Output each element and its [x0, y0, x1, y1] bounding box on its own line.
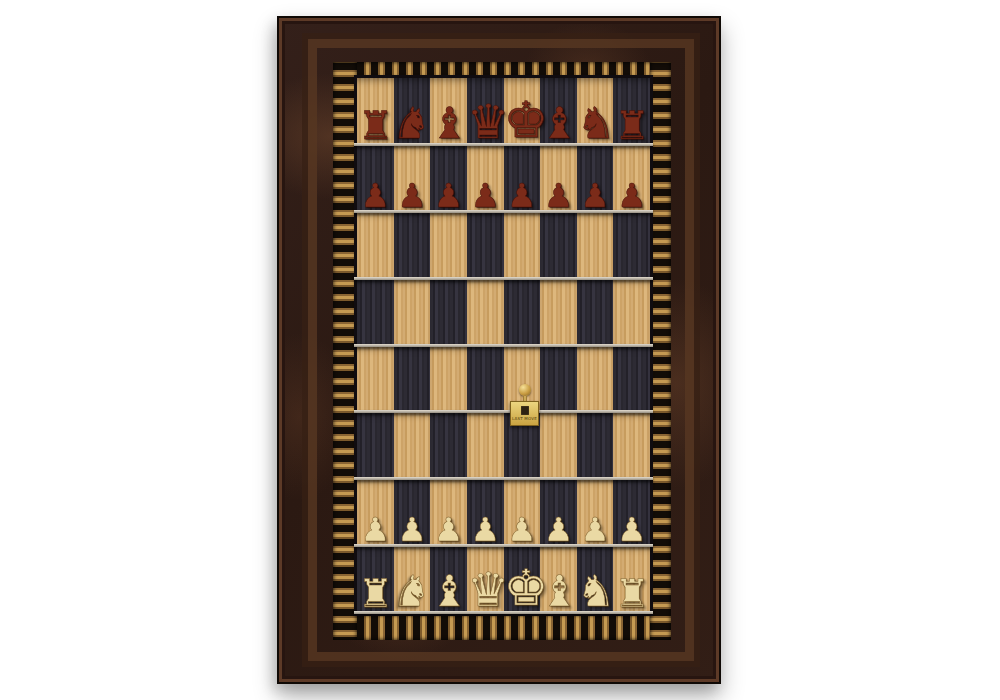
square-a7: ♟	[357, 145, 394, 212]
marker-plaque-label: LAST MOVE	[512, 416, 537, 421]
square-c8: ♝	[430, 78, 467, 145]
square-a5	[357, 279, 394, 346]
square-e7: ♟	[504, 145, 541, 212]
square-e6	[504, 212, 541, 279]
piece-white-pawn: ♟	[540, 513, 577, 546]
shelf-rail-rank-2	[354, 544, 653, 547]
square-f4	[540, 346, 577, 413]
shelf-rail-rank-4	[354, 410, 653, 413]
piece-red-pawn: ♟	[357, 179, 394, 212]
square-a6	[357, 212, 394, 279]
square-f2: ♟	[540, 479, 577, 546]
square-b1: ♞	[394, 546, 431, 613]
square-d8: ♛	[467, 78, 504, 145]
square-b3	[394, 412, 431, 479]
square-h3	[613, 412, 650, 479]
piece-white-pawn: ♟	[504, 513, 541, 546]
piece-white-knight: ♞	[394, 570, 431, 613]
square-e8: ♚	[504, 78, 541, 145]
shelf-rail-rank-3	[354, 477, 653, 480]
square-b5	[394, 279, 431, 346]
square-a2: ♟	[357, 479, 394, 546]
square-e5	[504, 279, 541, 346]
piece-red-knight: ♞	[394, 102, 431, 145]
wall-photo: ♜♞♝♛♚♝♞♜♟♟♟♟♟♟♟♟♟♟♟♟♟♟♟♟♜♞♝♛♚♝♞♜ LAST MO…	[0, 0, 1000, 700]
last-move-marker: LAST MOVE	[510, 384, 539, 426]
square-a1: ♜	[357, 546, 394, 613]
square-h8: ♜	[613, 78, 650, 145]
square-g8: ♞	[577, 78, 614, 145]
piece-red-rook: ♜	[357, 106, 394, 145]
piece-red-pawn: ♟	[613, 179, 650, 212]
piece-red-pawn: ♟	[467, 179, 504, 212]
square-c3	[430, 412, 467, 479]
square-a3	[357, 412, 394, 479]
square-g6	[577, 212, 614, 279]
dentil-border-left	[333, 62, 357, 640]
square-a4	[357, 346, 394, 413]
square-e2: ♟	[504, 479, 541, 546]
square-b2: ♟	[394, 479, 431, 546]
square-d1: ♛	[467, 546, 504, 613]
dentil-border-right	[650, 62, 671, 640]
piece-red-bishop: ♝	[430, 102, 467, 145]
piece-white-pawn: ♟	[613, 513, 650, 546]
square-c7: ♟	[430, 145, 467, 212]
square-g3	[577, 412, 614, 479]
square-g5	[577, 279, 614, 346]
piece-red-pawn: ♟	[504, 179, 541, 212]
piece-white-pawn: ♟	[577, 513, 614, 546]
piece-red-pawn: ♟	[394, 179, 431, 212]
square-f3	[540, 412, 577, 479]
square-g4	[577, 346, 614, 413]
piece-red-queen: ♛	[467, 98, 504, 145]
square-b6	[394, 212, 431, 279]
square-e1: ♚	[504, 546, 541, 613]
square-d2: ♟	[467, 479, 504, 546]
marker-plaque: LAST MOVE	[510, 401, 539, 426]
picture-frame: ♜♞♝♛♚♝♞♜♟♟♟♟♟♟♟♟♟♟♟♟♟♟♟♟♜♞♝♛♚♝♞♜ LAST MO…	[277, 16, 721, 684]
piece-red-pawn: ♟	[577, 179, 614, 212]
square-g2: ♟	[577, 479, 614, 546]
piece-white-pawn: ♟	[394, 513, 431, 546]
piece-white-knight: ♞	[577, 570, 614, 613]
shelf-rail-rank-6	[354, 277, 653, 280]
square-c2: ♟	[430, 479, 467, 546]
piece-red-king: ♚	[504, 95, 541, 145]
piece-red-bishop: ♝	[540, 102, 577, 145]
marker-emblem-icon	[521, 406, 529, 415]
square-f7: ♟	[540, 145, 577, 212]
dentil-border-top	[333, 62, 671, 78]
dentil-border-bottom	[333, 613, 671, 640]
square-c6	[430, 212, 467, 279]
piece-white-rook: ♜	[357, 574, 394, 613]
shelf-rail-rank-5	[354, 344, 653, 347]
square-f6	[540, 212, 577, 279]
square-f5	[540, 279, 577, 346]
square-h7: ♟	[613, 145, 650, 212]
shelf-rail-rank-7	[354, 210, 653, 213]
piece-white-pawn: ♟	[357, 513, 394, 546]
piece-red-knight: ♞	[577, 102, 614, 145]
piece-white-pawn: ♟	[467, 513, 504, 546]
square-c1: ♝	[430, 546, 467, 613]
square-a8: ♜	[357, 78, 394, 145]
piece-white-rook: ♜	[613, 574, 650, 613]
square-h2: ♟	[613, 479, 650, 546]
piece-red-pawn: ♟	[430, 179, 467, 212]
square-h4	[613, 346, 650, 413]
square-b4	[394, 346, 431, 413]
piece-white-pawn: ♟	[430, 513, 467, 546]
square-c4	[430, 346, 467, 413]
square-g1: ♞	[577, 546, 614, 613]
square-d3	[467, 412, 504, 479]
square-d6	[467, 212, 504, 279]
square-d4	[467, 346, 504, 413]
square-c5	[430, 279, 467, 346]
marker-knob-icon	[519, 384, 531, 396]
board-area: ♜♞♝♛♚♝♞♜♟♟♟♟♟♟♟♟♟♟♟♟♟♟♟♟♜♞♝♛♚♝♞♜ LAST MO…	[357, 78, 650, 613]
piece-red-rook: ♜	[613, 106, 650, 145]
square-h1: ♜	[613, 546, 650, 613]
square-d7: ♟	[467, 145, 504, 212]
piece-red-pawn: ♟	[540, 179, 577, 212]
square-d5	[467, 279, 504, 346]
square-h6	[613, 212, 650, 279]
piece-white-bishop: ♝	[430, 570, 467, 613]
square-g7: ♟	[577, 145, 614, 212]
square-b8: ♞	[394, 78, 431, 145]
square-h5	[613, 279, 650, 346]
square-f1: ♝	[540, 546, 577, 613]
square-b7: ♟	[394, 145, 431, 212]
square-f8: ♝	[540, 78, 577, 145]
piece-white-bishop: ♝	[540, 570, 577, 613]
piece-white-queen: ♛	[467, 566, 504, 613]
shelf-rail-rank-8	[354, 143, 653, 146]
piece-white-king: ♚	[504, 563, 541, 613]
shelf-rail-rank-1	[354, 611, 653, 614]
